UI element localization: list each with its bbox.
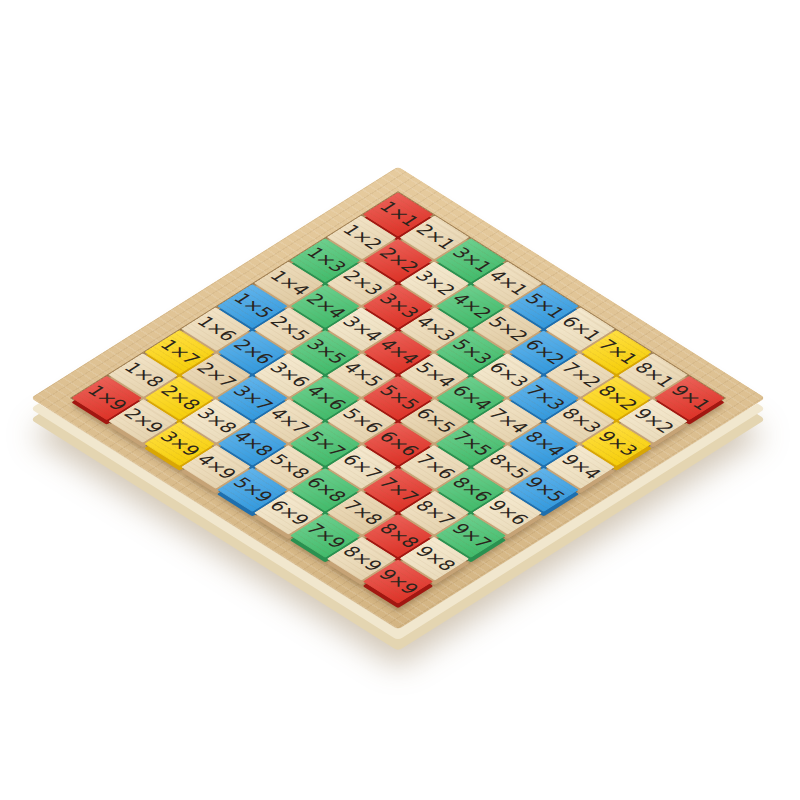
cell-label: 6×2 [520, 336, 568, 366]
cell-label: 1×6 [192, 313, 240, 343]
cell-label: 5×5 [375, 382, 423, 412]
cell-label: 5×6 [338, 405, 386, 435]
cell-label: 7×4 [484, 405, 532, 435]
cell-label: 6×5 [411, 405, 459, 435]
cell-label: 2×9 [119, 405, 167, 435]
cell-label: 2×2 [375, 245, 423, 275]
cell-label: 6×8 [302, 474, 350, 504]
cell-label: 4×3 [411, 313, 459, 343]
cell-label: 7×7 [375, 474, 423, 504]
cell-label: 1×3 [302, 244, 350, 274]
cell-label: 8×4 [520, 428, 568, 458]
cell-label: 6×6 [375, 428, 423, 458]
cell-label: 5×3 [447, 336, 495, 366]
cell-label: 7×8 [338, 497, 386, 527]
cell-label: 4×7 [265, 405, 313, 435]
cell-label: 1×7 [156, 336, 204, 366]
cell-label: 5×2 [484, 313, 532, 343]
cell-label: 4×2 [447, 290, 495, 320]
cell-label: 7×2 [557, 359, 605, 389]
cell-label: 6×3 [484, 359, 532, 389]
cell-label: 4×4 [375, 336, 423, 366]
cell-label: 1×4 [265, 267, 313, 297]
cell-label: 3×2 [411, 267, 459, 297]
cell-label: 6×9 [265, 497, 313, 527]
cell-label: 5×8 [265, 451, 313, 481]
cell-label: 2×6 [229, 336, 277, 366]
cell-label: 3×8 [192, 405, 240, 435]
cell-label: 7×3 [520, 382, 568, 412]
cell-label: 2×1 [411, 222, 459, 252]
cell-label: 8×2 [593, 382, 641, 412]
cell-label: 5×7 [302, 428, 350, 458]
cell-label: 2×8 [156, 382, 204, 412]
cell-label: 2×4 [302, 290, 350, 320]
cell-label: 8×9 [338, 543, 386, 573]
cell-label: 8×7 [411, 497, 459, 527]
cell-label: 9×3 [593, 428, 641, 458]
cell-label: 9×9 [375, 566, 423, 596]
cell-label: 7×9 [302, 520, 350, 550]
cell-label: 7×5 [447, 428, 495, 458]
cell-label: 9×7 [447, 520, 495, 550]
cell-label: 3×3 [375, 290, 423, 320]
cell-label: 5×1 [520, 290, 568, 320]
cell-label: 2×3 [338, 267, 386, 297]
cell-label: 2×5 [265, 313, 313, 343]
cell-label: 6×4 [447, 382, 495, 412]
cell-label: 9×1 [666, 382, 714, 412]
cell-label: 6×7 [338, 451, 386, 481]
white-background: 1×12×13×14×15×16×17×18×19×11×22×23×24×25… [0, 0, 800, 800]
cell-label: 4×1 [484, 267, 532, 297]
cell-label: 5×4 [411, 359, 459, 389]
board-perspective-wrap: 1×12×13×14×15×16×17×18×19×11×22×23×24×25… [30, 166, 765, 629]
wooden-tray: 1×12×13×14×15×16×17×18×19×11×22×23×24×25… [30, 166, 765, 629]
cell-label: 7×6 [411, 451, 459, 481]
cell-label: 9×5 [520, 474, 568, 504]
cell-label: 1×5 [229, 290, 277, 320]
cell-label: 3×7 [229, 382, 277, 412]
board-grid: 1×12×13×14×15×16×17×18×19×11×22×23×24×25… [70, 191, 726, 604]
cell-label: 1×1 [375, 199, 423, 229]
cell-label: 8×1 [630, 359, 678, 389]
cell-label: 3×6 [265, 359, 313, 389]
cell-label: 3×1 [447, 244, 495, 274]
cell-label: 8×5 [484, 451, 532, 481]
cell-label: 1×8 [119, 359, 167, 389]
cell-label: 9×6 [484, 497, 532, 527]
cell-label: 9×8 [411, 543, 459, 573]
cell-label: 1×9 [83, 382, 131, 412]
cell-label: 8×8 [375, 520, 423, 550]
cell-label: 9×4 [557, 451, 605, 481]
cell-label: 4×8 [229, 428, 277, 458]
cell-label: 8×3 [557, 405, 605, 435]
cell-label: 2×7 [192, 359, 240, 389]
cell-label: 6×1 [557, 313, 605, 343]
cell-label: 3×9 [156, 428, 204, 458]
cell-label: 4×9 [192, 451, 240, 481]
cell-label: 5×9 [229, 474, 277, 504]
cell-label: 9×2 [630, 405, 678, 435]
cell-label: 4×5 [338, 359, 386, 389]
cell-label: 3×5 [302, 336, 350, 366]
cell-label: 7×1 [593, 336, 641, 366]
cell-label: 8×6 [447, 474, 495, 504]
cell-label: 4×6 [302, 382, 350, 412]
cell-label: 1×2 [338, 222, 386, 252]
cell-label: 3×4 [338, 313, 386, 343]
